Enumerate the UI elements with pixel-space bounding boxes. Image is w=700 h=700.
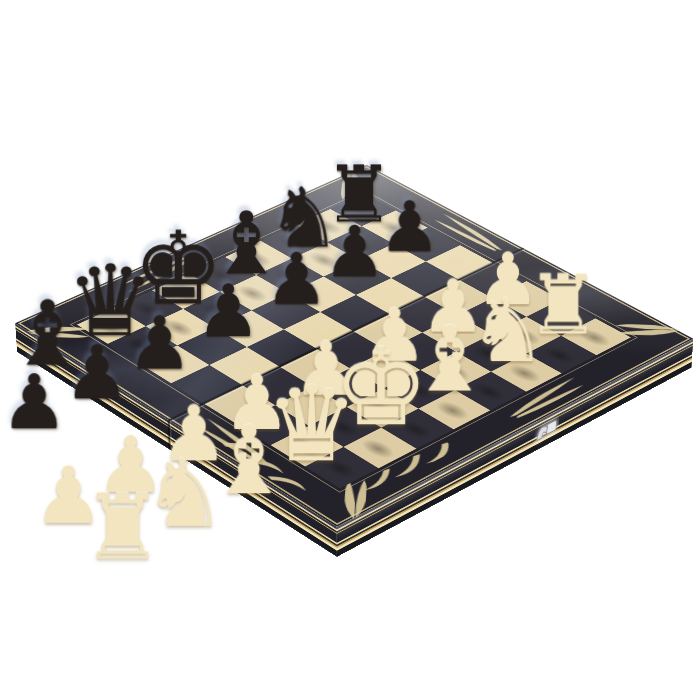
black-pawn-c7[interactable]: ♟: [64, 340, 131, 407]
product-photo-scene: ♜♟♟♜♞♟♟♞♝♟♟♝♚♟♟♚♛♟♟♛♝♟♟♝♞♟♟♞♜♟♟♜: [0, 0, 700, 700]
board-surface: ♜♟♟♜♞♟♟♞♝♟♟♝♚♟♟♚♛♟♟♛♝♟♟♝♞♟♟♞♜♟♟♜: [15, 165, 693, 527]
black-pawn-b7[interactable]: ♟: [1, 369, 69, 437]
chess-board: ♜♟♟♜♞♟♟♞♝♟♟♝♚♟♟♚♛♟♟♛♝♟♟♝♞♟♟♞♜♟♟♜: [15, 165, 693, 527]
black-pawn-e7[interactable]: ♟: [196, 279, 261, 344]
black-pawn-d7[interactable]: ♟: [127, 311, 193, 377]
black-pawn-a7[interactable]: ♟: [0, 397, 7, 466]
black-pawn-h7[interactable]: ♟: [379, 196, 441, 258]
white-rook-a1[interactable]: ♜: [82, 486, 163, 568]
black-pawn-f7[interactable]: ♟: [265, 248, 329, 312]
black-pawn-g7[interactable]: ♟: [323, 221, 386, 284]
